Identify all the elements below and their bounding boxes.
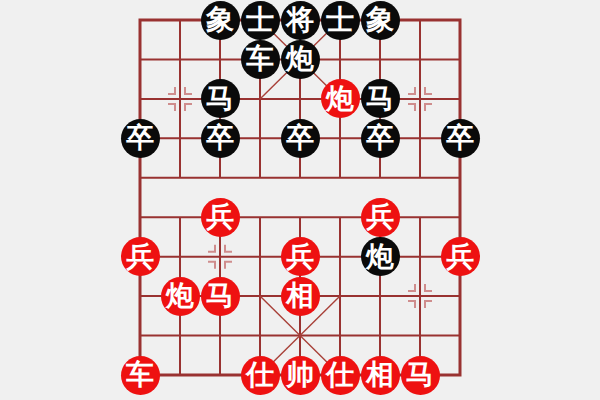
point-marker [408, 87, 415, 94]
point-marker [185, 104, 192, 111]
point-marker [408, 104, 415, 111]
piece-red-soldier[interactable]: 兵 [201, 198, 240, 237]
point-marker [225, 262, 232, 269]
piece-black-soldier[interactable]: 卒 [121, 119, 160, 158]
piece-red-horse[interactable]: 马 [201, 277, 240, 316]
piece-black-general[interactable]: 将 [281, 1, 320, 40]
piece-black-chariot[interactable]: 车 [241, 40, 280, 79]
piece-red-advisor[interactable]: 仕 [241, 356, 280, 395]
piece-red-cannon[interactable]: 炮 [161, 277, 200, 316]
point-marker [425, 284, 432, 291]
point-marker [208, 245, 215, 252]
piece-red-advisor[interactable]: 仕 [321, 356, 360, 395]
piece-black-soldier[interactable]: 卒 [441, 119, 480, 158]
piece-black-cannon[interactable]: 炮 [361, 237, 400, 276]
piece-black-advisor[interactable]: 士 [241, 1, 280, 40]
piece-black-soldier[interactable]: 卒 [361, 119, 400, 158]
piece-red-soldier[interactable]: 兵 [121, 237, 160, 276]
piece-black-cannon[interactable]: 炮 [281, 40, 320, 79]
point-marker [168, 104, 175, 111]
point-marker [408, 284, 415, 291]
piece-black-horse[interactable]: 马 [361, 79, 400, 118]
piece-black-soldier[interactable]: 卒 [281, 119, 320, 158]
piece-red-elephant[interactable]: 相 [361, 356, 400, 395]
piece-black-horse[interactable]: 马 [201, 79, 240, 118]
point-marker [225, 245, 232, 252]
point-marker [425, 87, 432, 94]
point-marker [208, 262, 215, 269]
piece-red-chariot[interactable]: 车 [121, 356, 160, 395]
piece-red-general[interactable]: 帅 [281, 356, 320, 395]
point-marker [425, 301, 432, 308]
piece-black-soldier[interactable]: 卒 [201, 119, 240, 158]
piece-red-horse[interactable]: 马 [401, 356, 440, 395]
point-marker [185, 87, 192, 94]
piece-black-elephant[interactable]: 象 [361, 1, 400, 40]
piece-red-soldier[interactable]: 兵 [441, 237, 480, 276]
piece-black-elephant[interactable]: 象 [201, 1, 240, 40]
piece-red-elephant[interactable]: 相 [281, 277, 320, 316]
point-marker [425, 104, 432, 111]
xiangqi-board: 象士将士象车炮马马卒卒卒卒卒炮炮兵兵兵兵兵炮马相车仕帅仕相马 [0, 0, 600, 400]
point-marker [168, 87, 175, 94]
piece-red-soldier[interactable]: 兵 [361, 198, 400, 237]
piece-red-soldier[interactable]: 兵 [281, 237, 320, 276]
piece-black-advisor[interactable]: 士 [321, 1, 360, 40]
point-marker [408, 301, 415, 308]
piece-red-cannon[interactable]: 炮 [321, 79, 360, 118]
